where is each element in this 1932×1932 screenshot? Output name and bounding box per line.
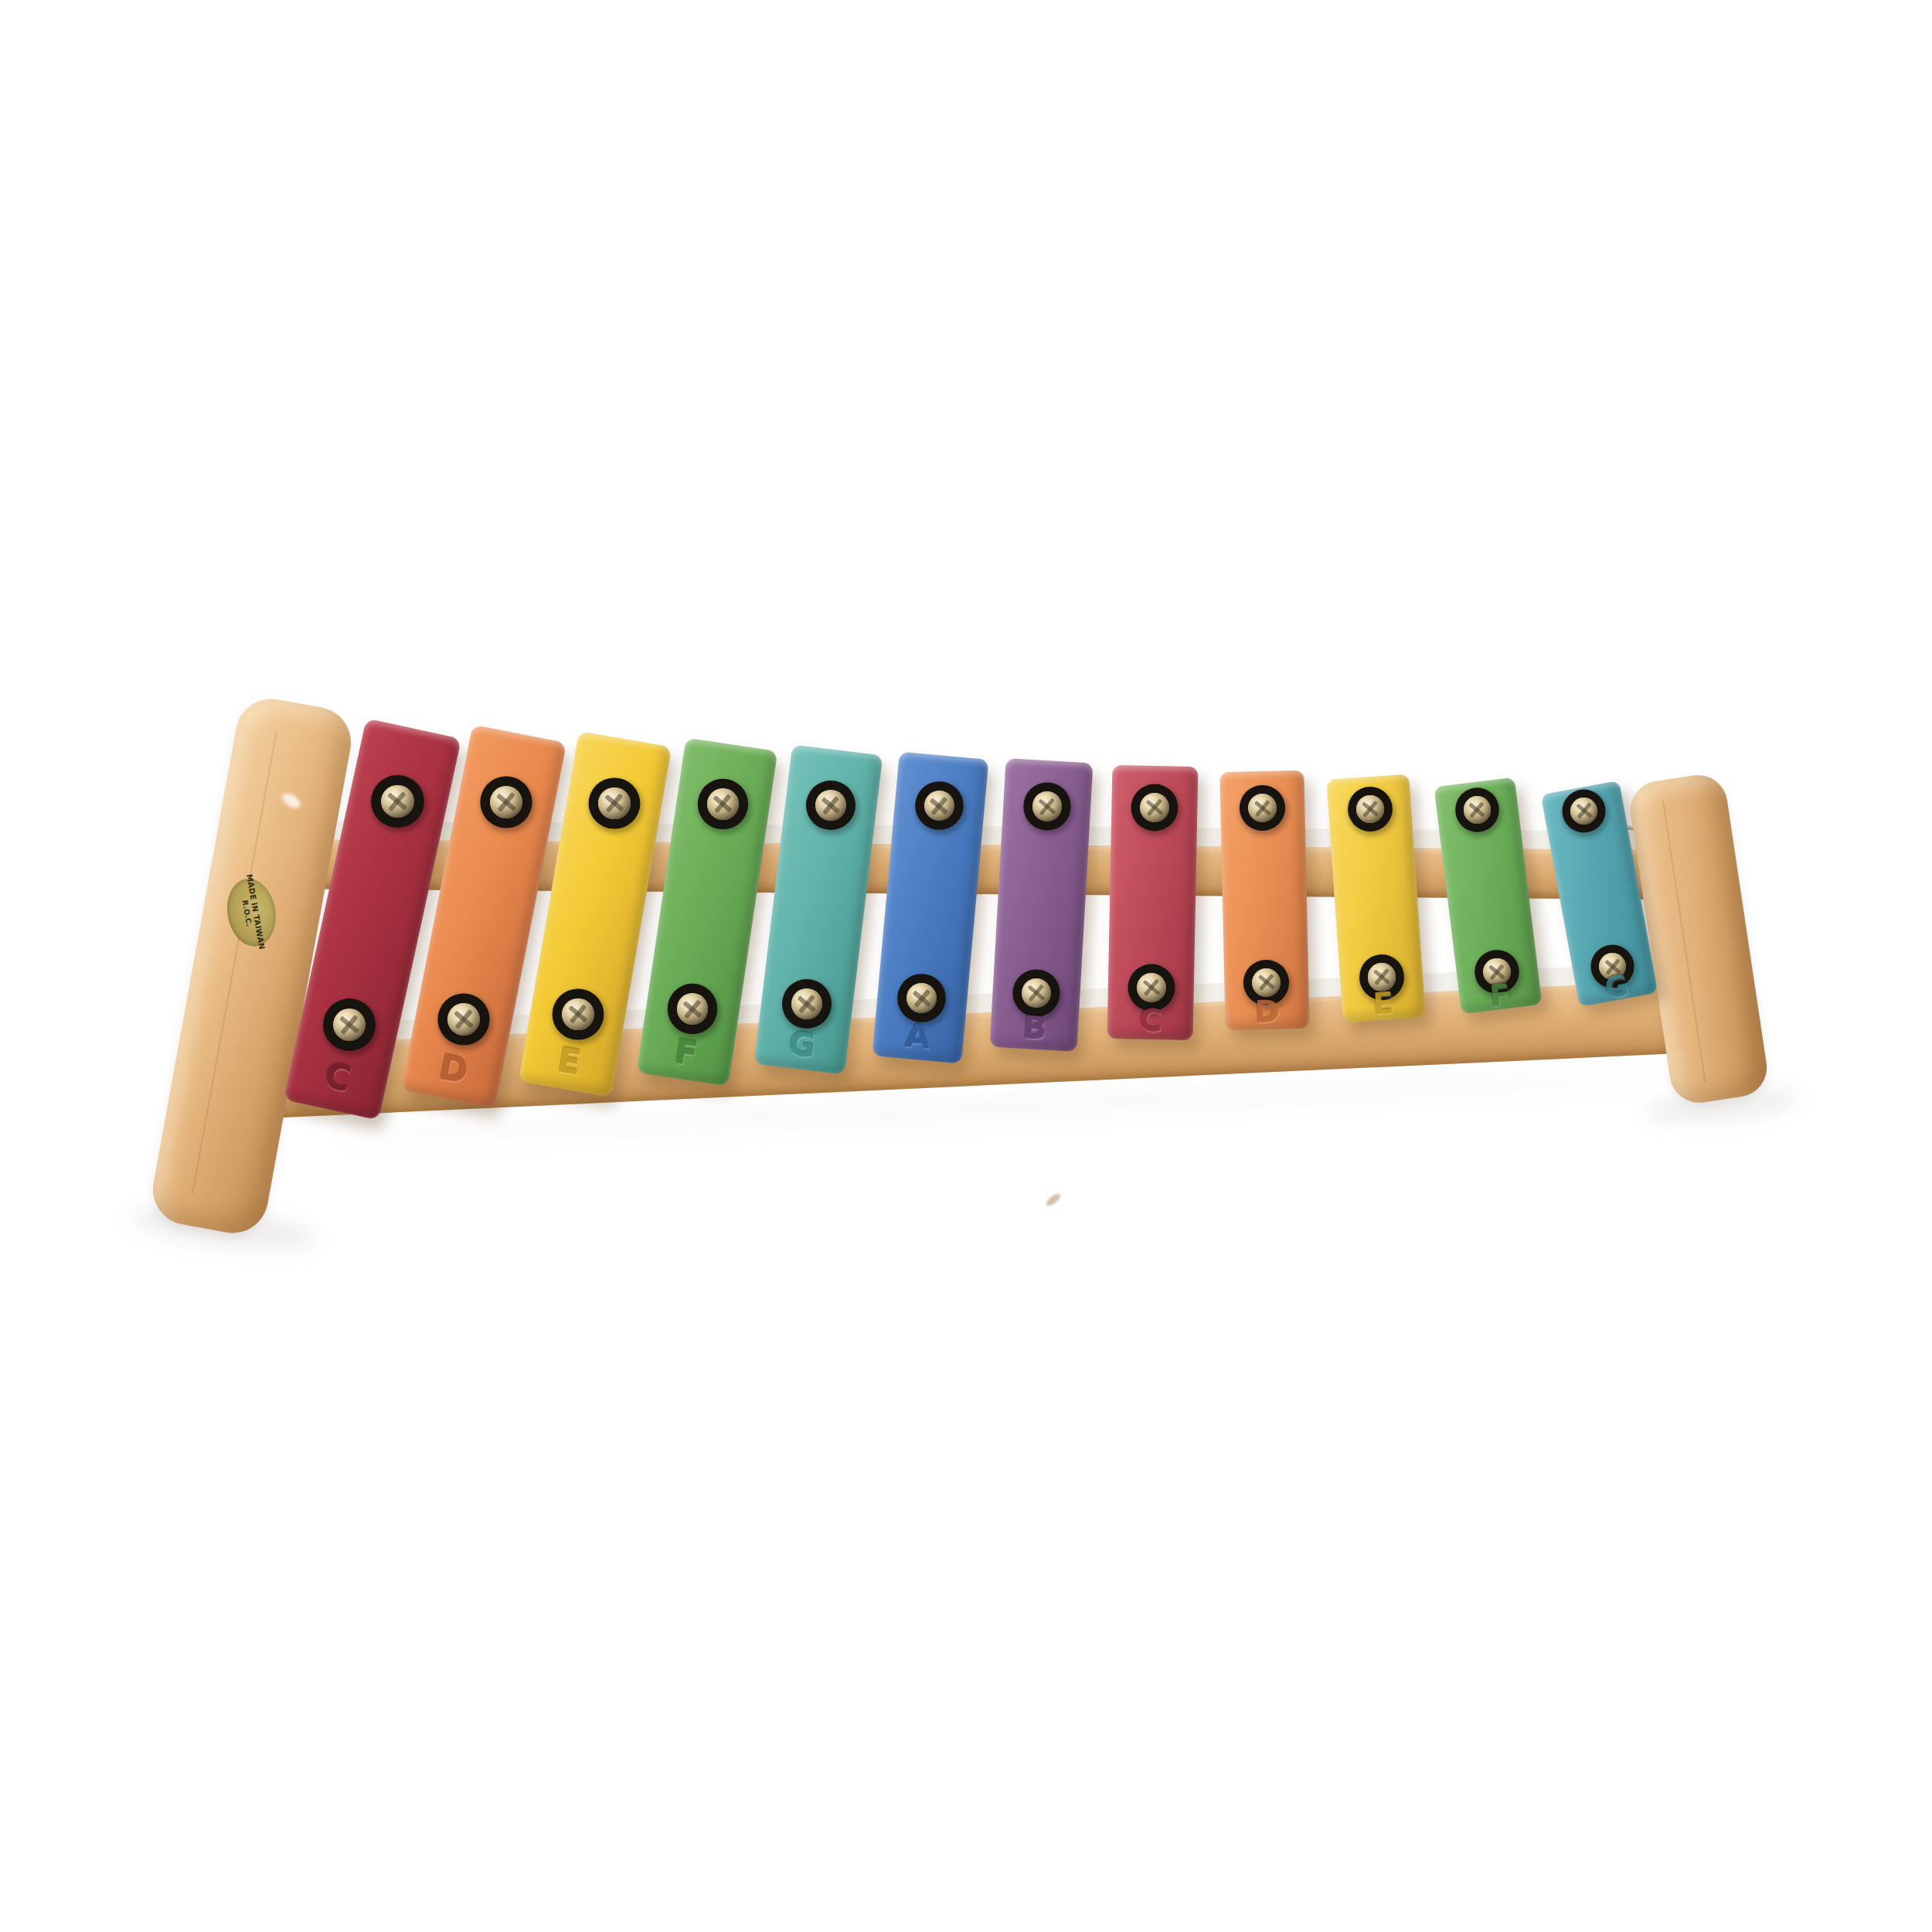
- screw-top: [598, 787, 630, 819]
- wood-corner-edge: [1662, 800, 1706, 1083]
- bar-note-label: B: [1022, 1009, 1048, 1047]
- product-photo-stage: MADE IN TAIWAN R.O.C. CDEFGABCDEFG: [0, 0, 1932, 1932]
- bar-note-label: E: [1372, 985, 1394, 1022]
- bar-note-label: C: [1139, 1002, 1162, 1038]
- screw-top: [1140, 793, 1169, 822]
- screw-top: [1032, 791, 1063, 821]
- thread-speck: [1045, 1192, 1063, 1208]
- bar-note-label: G: [787, 1024, 818, 1065]
- screw-top: [815, 790, 846, 821]
- screw-bottom: [447, 1003, 480, 1036]
- screw-top: [381, 785, 414, 818]
- screw-bottom: [677, 993, 709, 1025]
- screw-bottom: [562, 998, 594, 1030]
- bar-note-label: F: [1488, 977, 1512, 1013]
- screw-bottom: [1137, 973, 1166, 1002]
- bar-note-label: A: [904, 1016, 932, 1056]
- screw-top: [490, 786, 522, 818]
- bar-note-label: D: [1254, 994, 1281, 1029]
- wood-corner-edge: [192, 732, 277, 1194]
- wood-scuff-mark: [280, 791, 303, 811]
- screw-bottom: [791, 988, 822, 1019]
- screw-top: [1464, 796, 1492, 824]
- screw-top: [707, 788, 739, 820]
- screw-bottom: [1252, 968, 1281, 997]
- screw-top: [924, 791, 954, 821]
- screw-top: [1570, 798, 1597, 825]
- screw-top: [1356, 795, 1384, 823]
- made-in-taiwan-sticker: MADE IN TAIWAN R.O.C.: [222, 875, 281, 950]
